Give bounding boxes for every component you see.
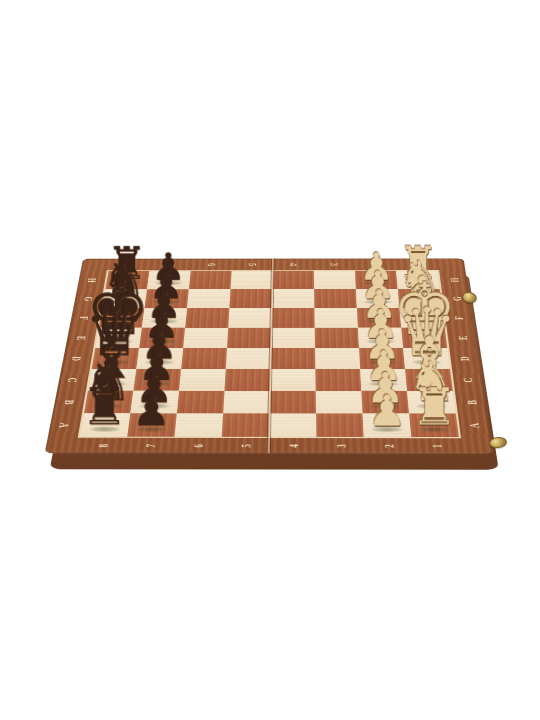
rank-label-cell: 5 bbox=[221, 438, 269, 453]
square-c6 bbox=[179, 369, 226, 391]
file-label-cell: B bbox=[455, 391, 488, 414]
square-c3 bbox=[315, 369, 361, 391]
square-e6 bbox=[183, 328, 228, 348]
file-label-a: A bbox=[58, 422, 73, 427]
square-g4 bbox=[272, 289, 315, 308]
rank-label-cell: 6 bbox=[191, 259, 233, 270]
square-a1: ♜ bbox=[409, 414, 459, 438]
rank-label-3: 3 bbox=[328, 263, 340, 266]
square-a5 bbox=[222, 413, 270, 436]
square-g6 bbox=[187, 289, 231, 308]
rank-label-8: 8 bbox=[124, 263, 136, 266]
rank-label-cell: 4 bbox=[269, 438, 317, 453]
file-label-b: B bbox=[464, 400, 478, 404]
rank-label-cell: 3 bbox=[316, 438, 364, 453]
rank-label-cell: 3 bbox=[314, 259, 355, 270]
file-label-h: H bbox=[447, 278, 460, 282]
square-e4 bbox=[271, 328, 315, 348]
square-a4 bbox=[269, 413, 316, 437]
rank-label-8: 8 bbox=[95, 444, 110, 448]
board-scene: 87654321 87654321 HGFEDCBA HGFEDCBA ♜♟♟♜… bbox=[65, 142, 477, 554]
rank-label-5: 5 bbox=[238, 444, 252, 448]
square-b5 bbox=[223, 391, 270, 414]
square-b3 bbox=[316, 391, 363, 414]
rank-label-cell: 2 bbox=[364, 438, 413, 453]
square-d4 bbox=[271, 348, 316, 369]
rank-label-7: 7 bbox=[143, 444, 157, 448]
square-a6 bbox=[174, 413, 223, 436]
file-label-a: A bbox=[467, 423, 482, 428]
rank-label-3: 3 bbox=[333, 444, 347, 448]
file-label-h: H bbox=[85, 278, 98, 282]
brass-clasp-lower bbox=[488, 436, 507, 449]
black-pawn-a7: ♟ bbox=[132, 391, 170, 429]
rank-label-1: 1 bbox=[410, 263, 422, 266]
file-label-d: D bbox=[458, 356, 472, 360]
rank-label-cell: 7 bbox=[125, 438, 174, 453]
square-g3 bbox=[314, 289, 357, 308]
square-f3 bbox=[314, 308, 358, 328]
file-label-c: C bbox=[461, 378, 475, 383]
rank-label-2: 2 bbox=[381, 444, 395, 448]
rank-label-cell: 5 bbox=[232, 259, 273, 270]
rank-label-4: 4 bbox=[286, 444, 300, 448]
rank-label-4: 4 bbox=[287, 263, 299, 266]
square-e5 bbox=[227, 328, 271, 348]
square-f6 bbox=[185, 308, 229, 328]
square-h5 bbox=[231, 271, 273, 289]
white-rook-a1: ♜ bbox=[411, 384, 457, 430]
square-c4 bbox=[270, 369, 316, 391]
square-b6 bbox=[177, 391, 225, 414]
square-h6 bbox=[189, 271, 232, 289]
square-g5 bbox=[229, 289, 272, 308]
square-h3 bbox=[314, 271, 356, 289]
square-d3 bbox=[315, 348, 360, 369]
file-label-c: C bbox=[66, 377, 80, 382]
square-a3 bbox=[316, 413, 364, 437]
square-f4 bbox=[271, 308, 314, 328]
square-e3 bbox=[315, 328, 359, 348]
square-c5 bbox=[224, 369, 270, 391]
rank-label-7: 7 bbox=[165, 263, 177, 266]
square-a2: ♟ bbox=[363, 413, 412, 437]
rank-label-6: 6 bbox=[190, 444, 204, 448]
file-label-cell: A bbox=[458, 414, 491, 438]
rank-label-cell: 8 bbox=[77, 438, 127, 453]
file-label-b: B bbox=[62, 400, 76, 404]
rank-label-1: 1 bbox=[429, 444, 444, 448]
square-a8: ♜ bbox=[80, 413, 130, 436]
chess-product-photo: 87654321 87654321 HGFEDCBA HGFEDCBA ♜♟♟♜… bbox=[0, 0, 540, 720]
rank-label-6: 6 bbox=[205, 263, 217, 266]
file-label-d: D bbox=[70, 356, 84, 360]
rank-label-cell: 6 bbox=[173, 438, 222, 453]
square-h4 bbox=[272, 271, 314, 289]
rank-label-5: 5 bbox=[246, 263, 258, 266]
square-d6 bbox=[181, 348, 227, 369]
black-rook-a8: ♜ bbox=[82, 384, 128, 430]
file-label-cell: A bbox=[48, 413, 82, 436]
file-label-e: E bbox=[455, 336, 469, 340]
square-f5 bbox=[228, 308, 272, 328]
square-a7: ♟ bbox=[127, 413, 177, 436]
rank-label-2: 2 bbox=[369, 263, 381, 266]
white-pawn-a2: ♟ bbox=[368, 391, 406, 430]
square-b4 bbox=[270, 391, 316, 414]
rank-label-cell: 1 bbox=[411, 438, 461, 454]
rank-label-cell: 4 bbox=[273, 259, 314, 270]
chess-board: 87654321 87654321 HGFEDCBA HGFEDCBA ♜♟♟♜… bbox=[45, 259, 494, 454]
square-d5 bbox=[226, 348, 271, 369]
